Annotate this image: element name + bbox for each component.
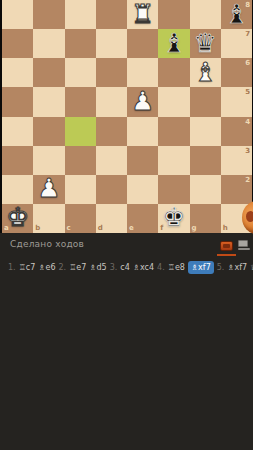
square-c3[interactable]	[65, 146, 96, 175]
chess-board: ♜8♝♝♛7♝6♟543♟2a♚bcdef♚g1h	[2, 0, 252, 233]
engine-icon-base	[238, 248, 250, 250]
move-token[interactable]: ♗xc4	[133, 263, 154, 272]
move-number: 2.	[59, 263, 67, 272]
square-g8[interactable]	[190, 0, 221, 29]
move-number: 1.	[8, 263, 16, 272]
square-e2[interactable]	[127, 175, 158, 204]
rank-label-7: 7	[245, 30, 250, 38]
square-f6[interactable]	[158, 58, 189, 87]
rank-label-5: 5	[245, 88, 250, 96]
square-b8[interactable]	[33, 0, 64, 29]
rank-label-4: 4	[245, 118, 250, 126]
square-f8[interactable]	[158, 0, 189, 29]
move-token[interactable]: ♗e6	[38, 263, 55, 272]
square-b6[interactable]	[33, 58, 64, 87]
square-f1[interactable]: f♚	[158, 204, 189, 233]
square-a5[interactable]	[2, 87, 33, 116]
mascot-face-detail	[246, 211, 253, 222]
square-g3[interactable]	[190, 146, 221, 175]
square-c4[interactable]	[65, 117, 96, 146]
square-a7[interactable]	[2, 29, 33, 58]
square-c7[interactable]	[65, 29, 96, 58]
rank-label-6: 6	[245, 59, 250, 67]
black-bishop: ♝	[162, 30, 185, 56]
square-b3[interactable]	[33, 146, 64, 175]
square-f2[interactable]	[158, 175, 189, 204]
square-b1[interactable]: b	[33, 204, 64, 233]
white-king: ♚	[6, 204, 29, 230]
square-a2[interactable]	[2, 175, 33, 204]
square-a4[interactable]	[2, 117, 33, 146]
file-label-d: d	[98, 224, 103, 232]
move-token[interactable]: ♕xf7	[250, 263, 253, 272]
square-g1[interactable]: g	[190, 204, 221, 233]
moves-header-title: Сделано ходов	[10, 239, 84, 249]
square-e4[interactable]	[127, 117, 158, 146]
white-pawn: ♟	[131, 88, 154, 114]
square-b5[interactable]	[33, 87, 64, 116]
app-screen: ♜8♝♝♛7♝6♟543♟2a♚bcdef♚g1h Сделано ходов …	[0, 0, 253, 450]
square-g7[interactable]: ♛	[190, 29, 221, 58]
square-d3[interactable]	[96, 146, 127, 175]
active-tab-underline	[217, 254, 236, 256]
move-token[interactable]: ♗xf7	[227, 263, 247, 272]
move-number: 5.	[217, 263, 225, 272]
white-bishop: ♝	[193, 59, 216, 85]
move-token-current[interactable]: ♗xf7	[188, 261, 214, 274]
square-h7[interactable]: 7	[221, 29, 252, 58]
move-list: 1.♖c7♗e62.♖e7♗d53.c4♗xc44.♖e8♗xf75.♗xf7♕…	[8, 258, 245, 277]
square-b4[interactable]	[33, 117, 64, 146]
square-g2[interactable]	[190, 175, 221, 204]
move-token[interactable]: c4	[120, 263, 130, 272]
square-g4[interactable]	[190, 117, 221, 146]
square-h8[interactable]: 8♝	[221, 0, 252, 29]
file-label-h: h	[223, 224, 228, 232]
file-label-a: a	[4, 224, 9, 232]
file-label-e: e	[129, 224, 134, 232]
square-a3[interactable]	[2, 146, 33, 175]
square-a6[interactable]	[2, 58, 33, 87]
square-a1[interactable]: a♚	[2, 204, 33, 233]
file-label-b: b	[35, 224, 40, 232]
square-e6[interactable]	[127, 58, 158, 87]
square-d7[interactable]	[96, 29, 127, 58]
square-d4[interactable]	[96, 117, 127, 146]
square-f5[interactable]	[158, 87, 189, 116]
move-number: 3.	[110, 263, 118, 272]
square-h2[interactable]: 2	[221, 175, 252, 204]
square-c8[interactable]	[65, 0, 96, 29]
square-e5[interactable]: ♟	[127, 87, 158, 116]
square-g5[interactable]	[190, 87, 221, 116]
square-d2[interactable]	[96, 175, 127, 204]
board-tab-icon[interactable]	[220, 241, 233, 251]
white-pawn: ♟	[37, 175, 60, 201]
square-f4[interactable]	[158, 117, 189, 146]
engine-tab-icon[interactable]	[238, 240, 250, 251]
white-rook: ♜	[131, 1, 154, 27]
square-a8[interactable]	[2, 0, 33, 29]
file-label-c: c	[67, 224, 71, 232]
square-c6[interactable]	[65, 58, 96, 87]
move-token[interactable]: ♗d5	[89, 263, 106, 272]
rank-label-3: 3	[245, 147, 250, 155]
move-number: 4.	[157, 263, 165, 272]
square-d8[interactable]	[96, 0, 127, 29]
square-h4[interactable]: 4	[221, 117, 252, 146]
square-e3[interactable]	[127, 146, 158, 175]
square-e7[interactable]	[127, 29, 158, 58]
engine-icon-screen	[238, 240, 248, 247]
square-c2[interactable]	[65, 175, 96, 204]
square-f3[interactable]	[158, 146, 189, 175]
move-token[interactable]: ♖e8	[168, 263, 185, 272]
rank-label-2: 2	[245, 176, 250, 184]
square-h3[interactable]: 3	[221, 146, 252, 175]
move-token[interactable]: ♖c7	[19, 263, 36, 272]
square-h5[interactable]: 5	[221, 87, 252, 116]
square-d6[interactable]	[96, 58, 127, 87]
move-token[interactable]: ♖e7	[69, 263, 86, 272]
square-b2[interactable]: ♟	[33, 175, 64, 204]
square-e8[interactable]: ♜	[127, 0, 158, 29]
moves-panel-header: Сделано ходов	[0, 233, 253, 258]
black-king: ♚	[162, 204, 185, 230]
square-f7[interactable]: ♝	[158, 29, 189, 58]
square-h6[interactable]: 6	[221, 58, 252, 87]
square-e1[interactable]: e	[127, 204, 158, 233]
rank-label-8: 8	[245, 1, 250, 9]
board-tab-icon-inner	[223, 244, 230, 248]
square-g6[interactable]: ♝	[190, 58, 221, 87]
black-queen: ♛	[193, 30, 216, 56]
square-d1[interactable]: d	[96, 204, 127, 233]
square-c5[interactable]	[65, 87, 96, 116]
square-c1[interactable]: c	[65, 204, 96, 233]
file-label-g: g	[192, 224, 197, 232]
file-label-f: f	[160, 224, 163, 232]
square-d5[interactable]	[96, 87, 127, 116]
square-b7[interactable]	[33, 29, 64, 58]
